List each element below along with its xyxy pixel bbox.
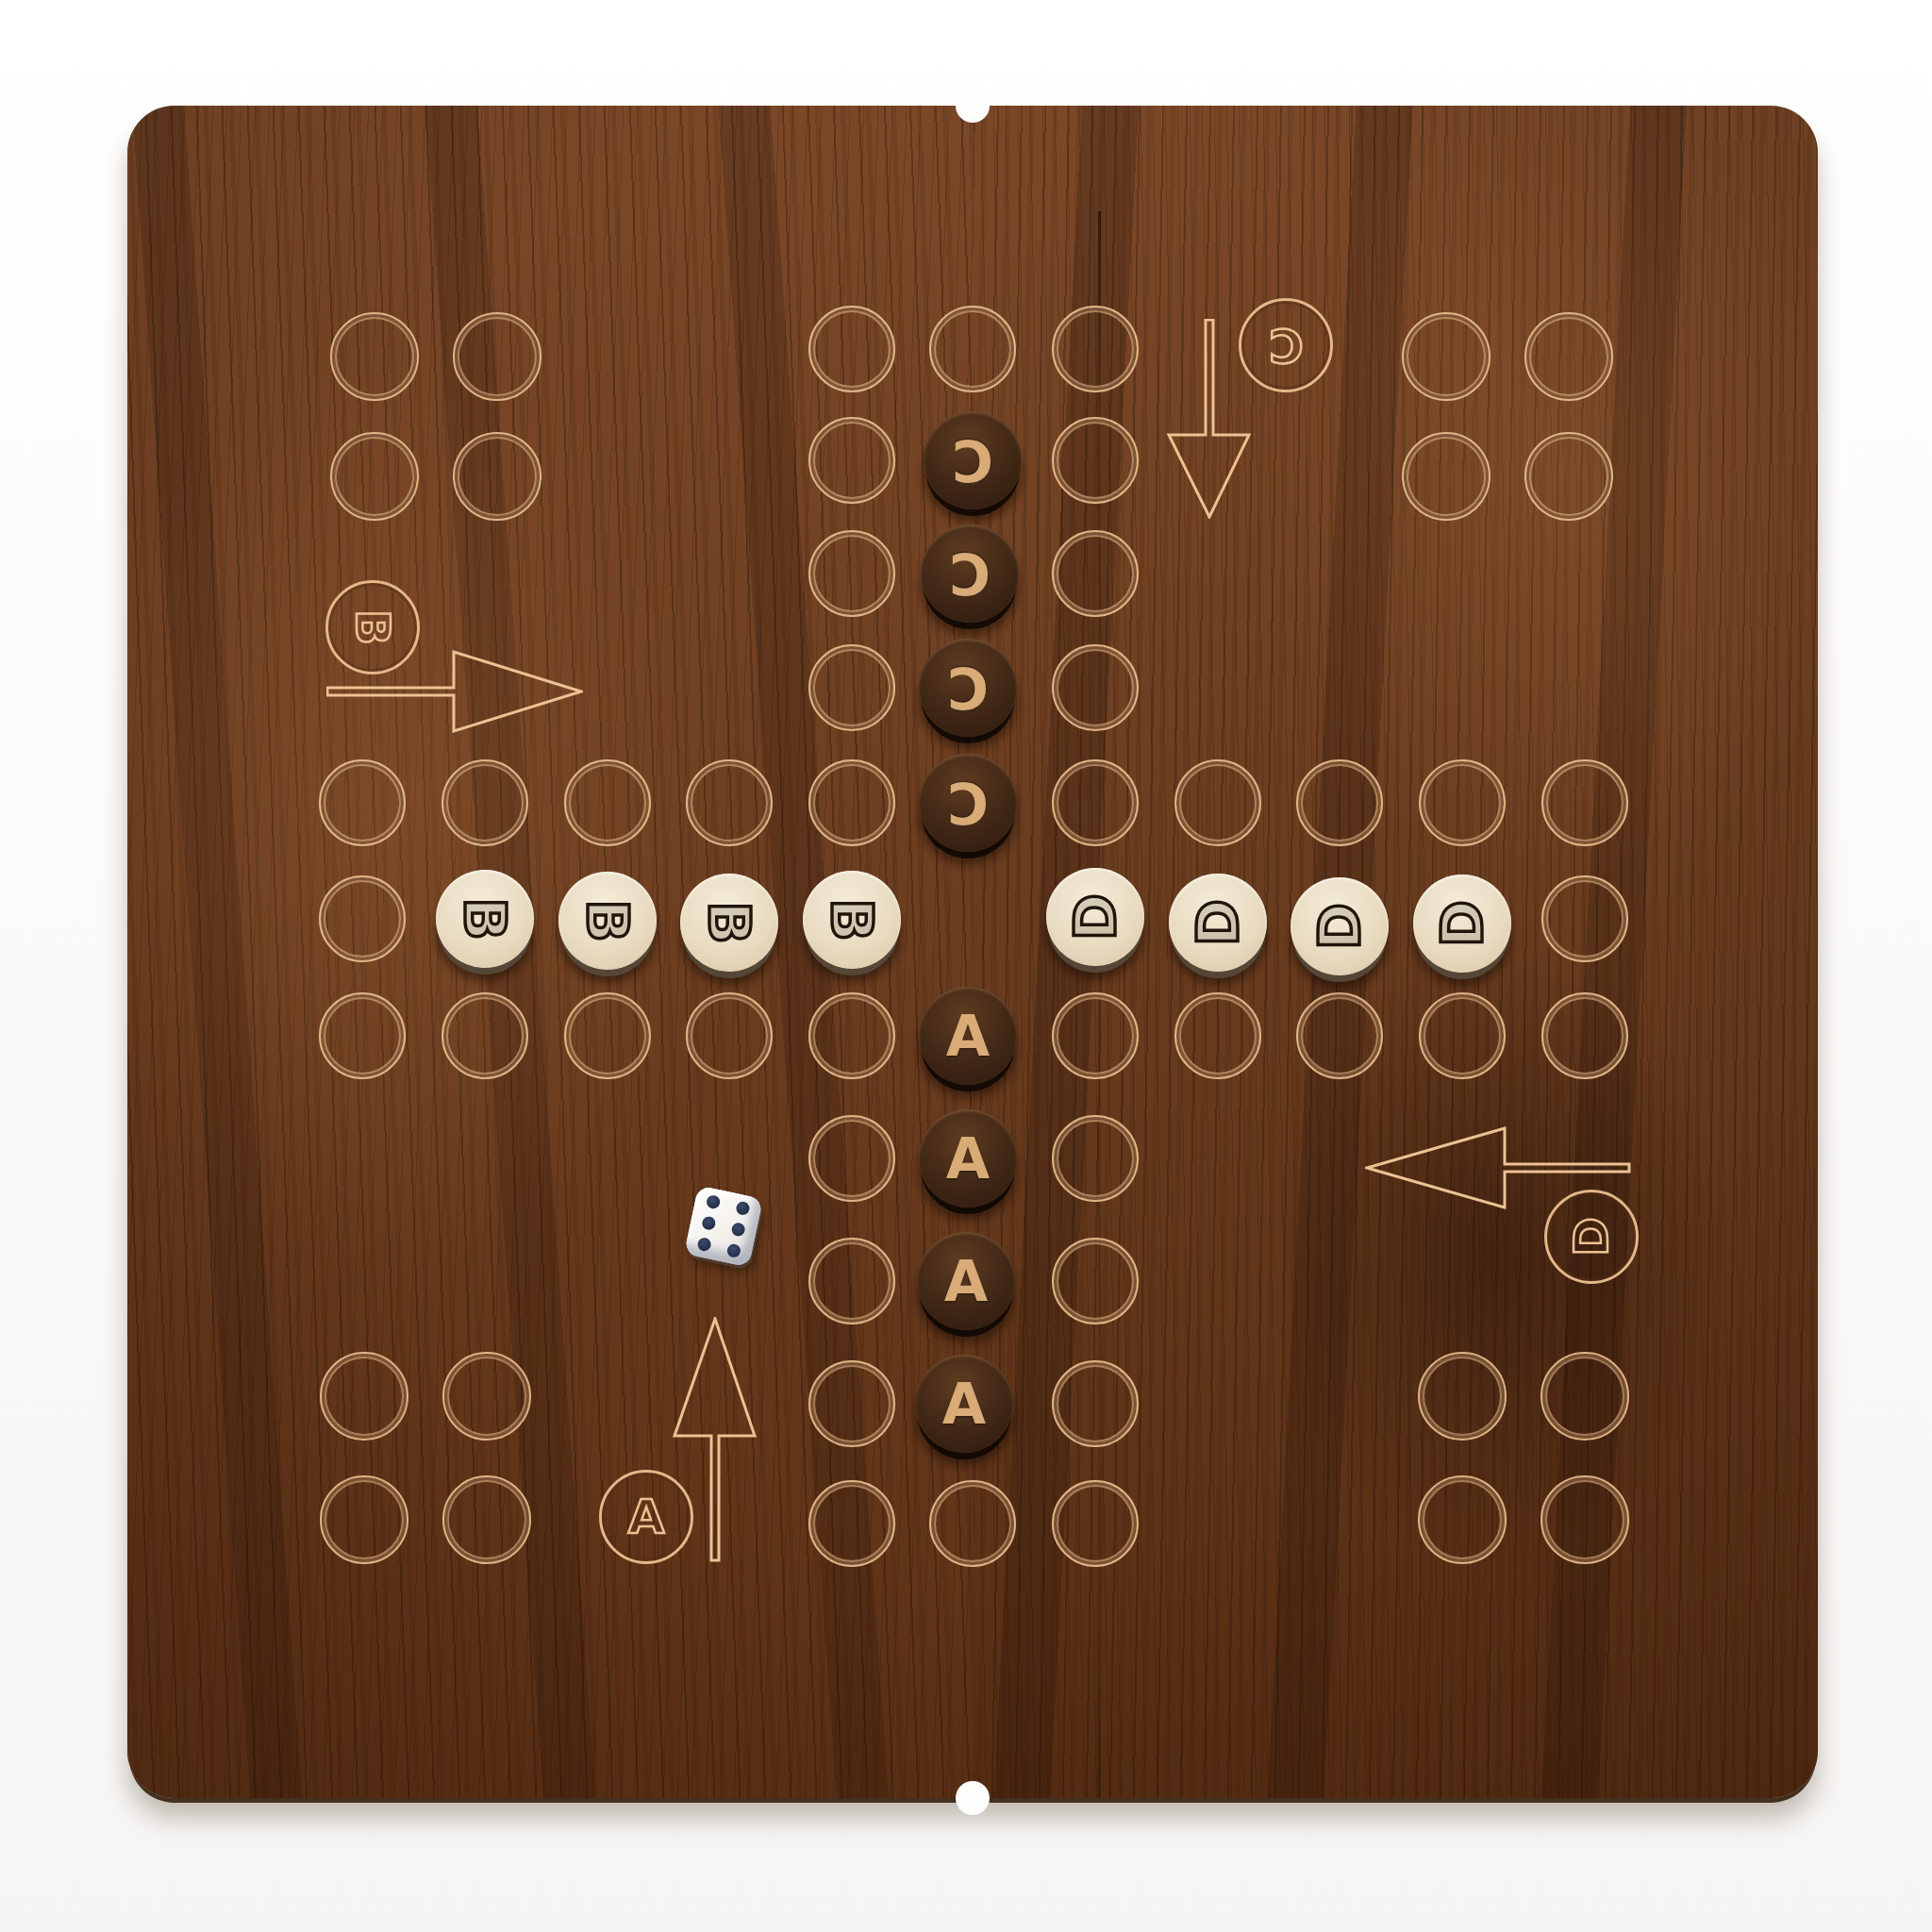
track-cell-c7r1[interactable] (1052, 306, 1139, 392)
corner-yard-cell-bl4[interactable] (442, 1475, 531, 1564)
track-cell-c7r9[interactable] (1052, 1238, 1139, 1324)
corner-yard-cell-tr1[interactable] (1402, 312, 1491, 401)
corner-yard-cell-br2[interactable] (1541, 1352, 1629, 1441)
corner-yard-cell-tl2[interactable] (453, 312, 541, 401)
piece-C3[interactable]: C (919, 639, 1017, 737)
piece-A2[interactable]: A (919, 1109, 1017, 1207)
piece-C1[interactable]: C (924, 411, 1022, 509)
corner-yard-cell-tr4[interactable] (1524, 432, 1613, 521)
piece-D3[interactable]: D (1291, 877, 1389, 975)
track-cell-c11r7[interactable] (1541, 992, 1628, 1079)
player-d-letter: D (1547, 1217, 1636, 1257)
piece-letter: D (1046, 868, 1144, 966)
die-pip (701, 1215, 717, 1231)
track-cell-c7r4[interactable] (1052, 644, 1139, 731)
track-cell-c5r7[interactable] (808, 992, 895, 1079)
die-pip (726, 1242, 742, 1258)
player-d-direction-arrow-icon (1365, 1126, 1631, 1209)
corner-yard-cell-tr3[interactable] (1402, 432, 1491, 521)
track-cell-c5r11[interactable] (808, 1480, 895, 1567)
track-cell-c11r6[interactable] (1541, 875, 1628, 962)
track-cell-c7r5[interactable] (1052, 759, 1139, 846)
track-cell-c3r5[interactable] (564, 759, 651, 846)
hinge-notch-top (956, 89, 990, 123)
corner-yard-cell-br1[interactable] (1418, 1352, 1507, 1441)
hinge-notch-bottom (956, 1781, 990, 1815)
track-cell-c9r5[interactable] (1296, 759, 1383, 846)
corner-yard-cell-bl1[interactable] (320, 1352, 408, 1441)
piece-letter: D (1291, 877, 1389, 975)
piece-letter: B (558, 872, 657, 970)
piece-letter: A (915, 1355, 1013, 1453)
corner-yard-cell-tl4[interactable] (453, 432, 541, 521)
piece-letter: A (919, 987, 1017, 1085)
track-cell-c5r3[interactable] (808, 530, 895, 617)
corner-yard-cell-tl3[interactable] (330, 432, 419, 521)
player-c-start-label: C (1239, 298, 1333, 392)
track-cell-c6r11[interactable] (929, 1480, 1016, 1567)
piece-letter: B (436, 870, 534, 968)
piece-letter: A (917, 1232, 1015, 1330)
track-cell-c2r7[interactable] (441, 992, 528, 1079)
track-cell-c3r7[interactable] (564, 992, 651, 1079)
piece-D2[interactable]: D (1169, 874, 1267, 972)
track-cell-c7r2[interactable] (1052, 417, 1139, 504)
track-cell-c10r7[interactable] (1419, 992, 1506, 1079)
piece-letter: B (680, 874, 778, 972)
corner-yard-cell-tr2[interactable] (1524, 312, 1613, 401)
track-cell-c4r5[interactable] (686, 759, 773, 846)
track-cell-c5r8[interactable] (808, 1115, 895, 1202)
photo-background: A B C D CCCCAAAABBBBDDDD (0, 0, 1932, 1932)
track-cell-c5r10[interactable] (808, 1360, 895, 1447)
track-cell-c7r3[interactable] (1052, 530, 1139, 617)
track-cell-c6r1[interactable] (929, 306, 1016, 392)
corner-yard-cell-br4[interactable] (1541, 1475, 1629, 1564)
piece-A3[interactable]: A (917, 1232, 1015, 1330)
piece-letter: D (1169, 874, 1267, 972)
piece-B1[interactable]: B (436, 870, 534, 968)
player-c-direction-arrow-icon (1166, 319, 1253, 519)
track-cell-c1r5[interactable] (319, 759, 406, 846)
track-cell-c7r10[interactable] (1052, 1360, 1139, 1447)
track-cell-c4r7[interactable] (686, 992, 773, 1079)
piece-letter: C (924, 411, 1022, 509)
corner-yard-cell-bl2[interactable] (442, 1352, 531, 1441)
piece-C2[interactable]: C (921, 525, 1019, 623)
piece-letter: C (921, 525, 1019, 623)
track-cell-c1r6[interactable] (319, 875, 406, 962)
track-cell-c10r5[interactable] (1419, 759, 1506, 846)
die-pip (735, 1201, 751, 1217)
track-cell-c7r7[interactable] (1052, 992, 1139, 1079)
track-cell-c1r7[interactable] (319, 992, 406, 1079)
track-cell-c9r7[interactable] (1296, 992, 1383, 1079)
player-c-letter: C (1269, 301, 1304, 390)
player-b-letter: B (328, 609, 417, 645)
player-a-letter: A (628, 1473, 665, 1561)
track-cell-c5r5[interactable] (808, 759, 895, 846)
track-cell-c5r9[interactable] (808, 1238, 895, 1324)
die-pip (730, 1222, 746, 1238)
piece-B3[interactable]: B (680, 874, 778, 972)
track-cell-c8r7[interactable] (1174, 992, 1261, 1079)
piece-letter: B (803, 871, 901, 969)
player-a-direction-arrow-icon (672, 1317, 758, 1562)
track-cell-c5r2[interactable] (808, 417, 895, 504)
track-cell-c5r1[interactable] (808, 306, 895, 392)
track-cell-c5r4[interactable] (808, 644, 895, 731)
corner-yard-cell-tl1[interactable] (330, 312, 419, 401)
corner-yard-cell-br3[interactable] (1418, 1475, 1507, 1564)
piece-A1[interactable]: A (919, 987, 1017, 1085)
die-pip (706, 1194, 722, 1210)
piece-C4[interactable]: C (919, 754, 1017, 852)
piece-letter: A (919, 1109, 1017, 1207)
track-cell-c7r11[interactable] (1052, 1480, 1139, 1567)
piece-letter: C (919, 639, 1017, 737)
corner-yard-cell-bl3[interactable] (320, 1475, 408, 1564)
piece-D1[interactable]: D (1046, 868, 1144, 966)
track-cell-c8r5[interactable] (1174, 759, 1261, 846)
track-cell-c2r5[interactable] (441, 759, 528, 846)
player-b-direction-arrow-icon (326, 650, 583, 733)
piece-B2[interactable]: B (558, 872, 657, 970)
piece-letter: C (919, 754, 1017, 852)
die-pip (696, 1237, 712, 1253)
piece-A4[interactable]: A (915, 1355, 1013, 1453)
piece-B4[interactable]: B (803, 871, 901, 969)
piece-D4[interactable]: D (1413, 874, 1511, 973)
track-cell-c11r5[interactable] (1541, 759, 1628, 846)
piece-letter: D (1413, 874, 1511, 973)
track-cell-c7r8[interactable] (1052, 1115, 1139, 1202)
